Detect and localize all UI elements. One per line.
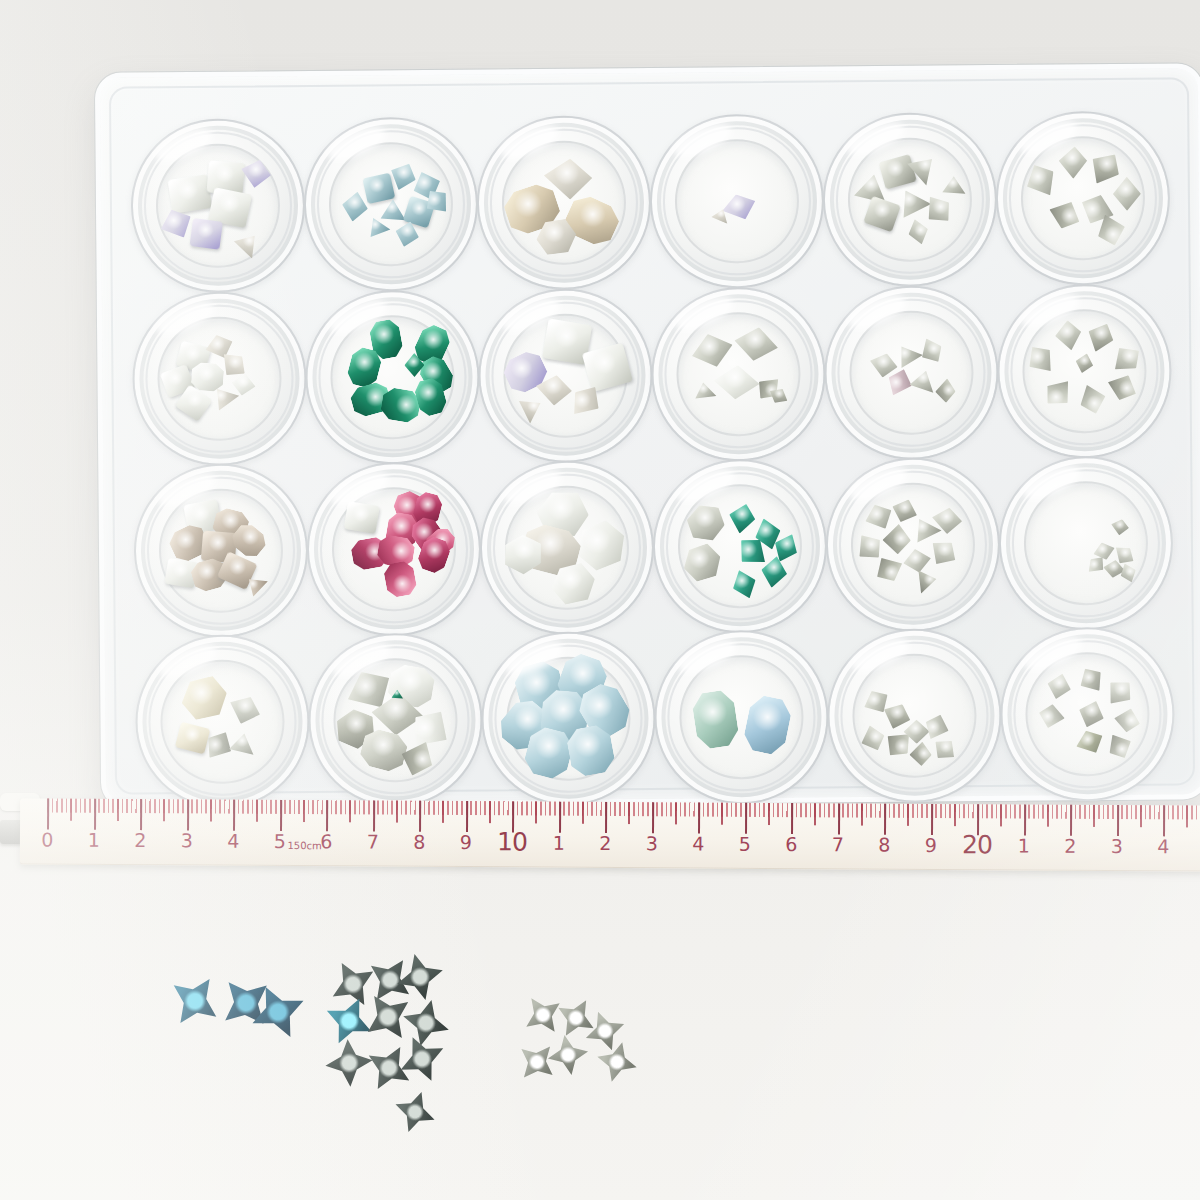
jar-r4c2 bbox=[308, 632, 484, 808]
jar-r2c3 bbox=[478, 288, 654, 464]
loose-star-gem bbox=[367, 995, 409, 1039]
jar-floor bbox=[1022, 309, 1147, 434]
jar-r2c5 bbox=[824, 285, 1000, 461]
cm-tick bbox=[884, 804, 886, 835]
loose-star-gem bbox=[585, 1011, 625, 1051]
loose-star-gem bbox=[526, 998, 561, 1033]
gem-square bbox=[168, 174, 213, 214]
cm-tick bbox=[652, 802, 654, 833]
loose-star-gem bbox=[396, 953, 443, 1001]
jar-r3c2 bbox=[306, 462, 482, 638]
tape-number: 3 bbox=[1096, 835, 1136, 857]
tape-number: 2 bbox=[120, 829, 160, 851]
tape-number: 8 bbox=[399, 831, 439, 853]
tape-number: 1 bbox=[73, 829, 113, 851]
loose-star-gem bbox=[324, 1038, 373, 1087]
jar-floor bbox=[852, 653, 977, 778]
jar-r3c3 bbox=[479, 460, 655, 636]
cm-tick bbox=[745, 803, 747, 834]
tape-number: 2 bbox=[1050, 835, 1090, 857]
tape-number: 10 bbox=[492, 827, 532, 856]
cm-tick bbox=[233, 800, 235, 831]
cm-tick bbox=[698, 803, 700, 834]
jar-r2c6 bbox=[997, 283, 1173, 459]
gem-square bbox=[190, 218, 223, 250]
cm-tick bbox=[838, 803, 840, 834]
cm-tick bbox=[1117, 805, 1119, 836]
jar-r1c5 bbox=[822, 112, 998, 288]
storage-box bbox=[95, 63, 1200, 809]
jar-grid bbox=[100, 68, 1198, 78]
loose-star-gem bbox=[402, 999, 449, 1047]
tape-number: 4 bbox=[1143, 835, 1183, 857]
jar-r4c6 bbox=[1000, 626, 1176, 802]
cm-tick bbox=[419, 801, 421, 832]
cm-tick bbox=[187, 799, 189, 830]
scene: 0123456789101234567892012345 150cm bbox=[0, 0, 1200, 1200]
cm-tick bbox=[466, 801, 468, 832]
tape-number: 5 bbox=[724, 833, 764, 855]
tape-number: 9 bbox=[445, 831, 485, 853]
cm-tick bbox=[280, 800, 282, 831]
jar-floor bbox=[1023, 481, 1148, 606]
jar-r2c1 bbox=[132, 291, 308, 467]
cm-tick bbox=[791, 803, 793, 834]
loose-star-gem bbox=[521, 1046, 554, 1079]
jar-r1c4 bbox=[649, 113, 825, 289]
tape-number: 5 bbox=[1189, 836, 1200, 858]
jar-r1c6 bbox=[995, 110, 1171, 286]
jar-r1c3 bbox=[476, 115, 652, 291]
tape-number: 6 bbox=[771, 833, 811, 855]
cm-tick bbox=[140, 799, 142, 830]
cm-tick bbox=[1070, 805, 1072, 836]
tape-number: 7 bbox=[352, 830, 392, 852]
jar-r4c1 bbox=[135, 634, 311, 810]
jar-r1c1 bbox=[130, 118, 306, 294]
tape-number: 3 bbox=[631, 832, 671, 854]
tape-number: 3 bbox=[166, 829, 206, 851]
measuring-tape: 0123456789101234567892012345 150cm bbox=[20, 798, 1200, 871]
cm-tick bbox=[1024, 805, 1026, 836]
loose-star-gem bbox=[395, 1091, 436, 1133]
tape-number: 20 bbox=[957, 830, 997, 859]
loose-star-gem bbox=[173, 978, 217, 1024]
tape-number: 4 bbox=[678, 832, 718, 854]
cm-tick bbox=[1163, 805, 1165, 836]
tape-number: 0 bbox=[27, 828, 67, 850]
tape-number: 1 bbox=[538, 832, 578, 854]
jar-r4c4 bbox=[654, 629, 830, 805]
jar-r4c3 bbox=[481, 631, 657, 807]
tape-number: 7 bbox=[817, 833, 857, 855]
jar-r1c2 bbox=[303, 117, 479, 293]
tape-number: 4 bbox=[213, 830, 253, 852]
jar-r4c5 bbox=[827, 628, 1003, 804]
cm-tick bbox=[373, 801, 375, 832]
jar-r3c4 bbox=[652, 458, 828, 634]
loose-star-gem bbox=[597, 1042, 638, 1083]
jar-floor bbox=[160, 659, 285, 784]
jar-r3c1 bbox=[133, 463, 309, 639]
jar-floor bbox=[849, 310, 974, 435]
jar-r3c5 bbox=[825, 457, 1001, 633]
gem-square bbox=[344, 501, 380, 534]
cm-tick bbox=[931, 804, 933, 835]
loose-star-gem bbox=[547, 1034, 589, 1076]
half-centimeter-ticks bbox=[70, 799, 1200, 828]
loose-star-gem bbox=[332, 962, 374, 1006]
jar-r3c6 bbox=[998, 455, 1174, 631]
jar-r2c2 bbox=[305, 290, 481, 466]
loose-star-gem bbox=[558, 1000, 595, 1037]
tape-unit-label: 150cm bbox=[287, 840, 321, 851]
tape-number: 9 bbox=[910, 834, 950, 856]
cm-tick bbox=[559, 802, 561, 833]
cm-tick bbox=[326, 800, 328, 831]
jar-r2c4 bbox=[651, 286, 827, 462]
cm-tick bbox=[47, 799, 49, 830]
tape-number: 2 bbox=[585, 832, 625, 854]
loose-star-gem bbox=[326, 998, 372, 1044]
cm-tick bbox=[94, 799, 96, 830]
cm-tick bbox=[605, 802, 607, 833]
tape-number: 1 bbox=[1003, 834, 1043, 856]
tape-number: 8 bbox=[864, 834, 904, 856]
